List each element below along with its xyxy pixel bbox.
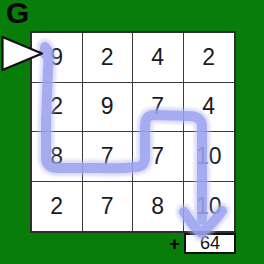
grid-cell-r0c1[interactable]: 2 <box>83 33 134 83</box>
puzzle-screen: G 9 2 4 2 2 9 7 4 8 7 7 10 2 7 8 10 64 + <box>0 0 264 264</box>
grid-cell-r2c1[interactable]: 7 <box>83 132 134 182</box>
grid-cell-r0c0[interactable]: 9 <box>32 33 83 83</box>
target-sum-value: 64 <box>200 233 220 254</box>
grid-cell-r0c3[interactable]: 2 <box>184 33 235 83</box>
grid-cell-r3c1[interactable]: 7 <box>83 182 134 232</box>
grid-cell-r2c2[interactable]: 7 <box>133 132 184 182</box>
grid-cell-r2c0[interactable]: 8 <box>32 132 83 182</box>
grid-cell-r1c3[interactable]: 4 <box>184 83 235 133</box>
grid-cell-r3c2[interactable]: 8 <box>133 182 184 232</box>
grid-cell-r1c1[interactable]: 9 <box>83 83 134 133</box>
grid-cell-r0c2[interactable]: 4 <box>133 33 184 83</box>
number-grid: 9 2 4 2 2 9 7 4 8 7 7 10 2 7 8 10 <box>30 31 236 233</box>
grid-cell-r2c3[interactable]: 10 <box>184 132 235 182</box>
target-sum-box: 64 <box>184 233 236 254</box>
grid-cell-r3c3[interactable]: 10 <box>184 182 235 232</box>
grid-cell-r1c0[interactable]: 2 <box>32 83 83 133</box>
puzzle-label: G <box>6 0 28 30</box>
plus-operator: + <box>150 233 180 254</box>
grid-cell-r1c2[interactable]: 7 <box>133 83 184 133</box>
grid-cell-r3c0[interactable]: 2 <box>32 182 83 232</box>
